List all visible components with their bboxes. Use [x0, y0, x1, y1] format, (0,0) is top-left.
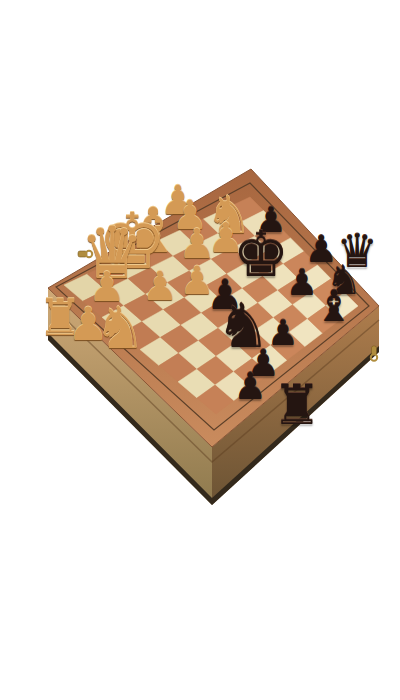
latch-right [371, 346, 377, 361]
latch-left [78, 251, 92, 257]
chess-set-photo: ♟♟♞♟♝♟♟♟♚♛♚♛♟♞♟♟♟♟♝♜♟♞♟♞♟♟♜ [0, 0, 400, 700]
chess-board [0, 0, 400, 700]
